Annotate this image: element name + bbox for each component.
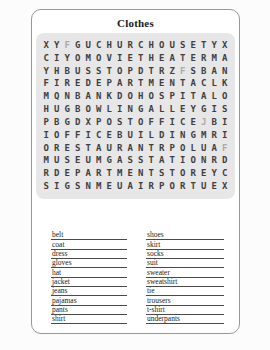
grid-cell: G bbox=[62, 180, 73, 193]
grid-cell: M bbox=[94, 180, 105, 193]
grid-cell: Y bbox=[52, 39, 63, 52]
grid-cell: F bbox=[157, 116, 168, 129]
grid-cell: S bbox=[73, 180, 84, 193]
grid-cell: A bbox=[167, 52, 178, 65]
word-label: jeans bbox=[51, 287, 67, 295]
grid-cell: A bbox=[83, 90, 94, 103]
grid-cell: P bbox=[73, 167, 84, 180]
grid-cell: P bbox=[94, 116, 105, 129]
grid-cell: E bbox=[188, 52, 199, 65]
grid-cell: O bbox=[136, 116, 147, 129]
word-list-column-right: shoesskirtsockssuitsweatersweatshirttiet… bbox=[146, 231, 224, 324]
grid-cell: A bbox=[157, 154, 168, 167]
grid-cell: S bbox=[83, 65, 94, 78]
word-label: sweater bbox=[146, 269, 170, 277]
grid-cell: V bbox=[104, 52, 115, 65]
grid-cell: A bbox=[94, 142, 105, 155]
grid-cell: S bbox=[73, 142, 84, 155]
grid-cell: I bbox=[52, 52, 63, 65]
grid-cell: O bbox=[188, 154, 199, 167]
grid-cell: T bbox=[178, 77, 189, 90]
grid-cell: R bbox=[209, 154, 220, 167]
grid-cell: U bbox=[115, 39, 126, 52]
grid-cell: A bbox=[199, 90, 210, 103]
grid-cell: O bbox=[115, 65, 126, 78]
grid-cell: N bbox=[199, 154, 210, 167]
word-label: pants bbox=[51, 306, 68, 314]
grid-cell: U bbox=[199, 142, 210, 155]
grid-cell: N bbox=[83, 180, 94, 193]
grid-cell: I bbox=[52, 180, 63, 193]
grid-cell: U bbox=[83, 39, 94, 52]
grid-cell: M bbox=[209, 52, 220, 65]
grid-cell: Z bbox=[167, 65, 178, 78]
grid-cell: I bbox=[167, 116, 178, 129]
grid-cell: Y bbox=[62, 52, 73, 65]
grid-cell: P bbox=[167, 142, 178, 155]
grid-cell: U bbox=[52, 154, 63, 167]
grid-cell: R bbox=[52, 142, 63, 155]
word-item: shoes bbox=[146, 231, 224, 240]
grid-cell: R bbox=[41, 167, 52, 180]
grid-cell: S bbox=[115, 116, 126, 129]
grid-cell: M bbox=[41, 154, 52, 167]
word-label: underpants bbox=[146, 315, 180, 323]
grid-cell: U bbox=[125, 129, 136, 142]
grid-cell: O bbox=[220, 90, 231, 103]
grid-cell: A bbox=[209, 65, 220, 78]
grid-cell: H bbox=[136, 90, 147, 103]
grid-cell: F bbox=[73, 129, 84, 142]
grid-cell: N bbox=[62, 90, 73, 103]
grid-cell: I bbox=[41, 129, 52, 142]
word-label: hat bbox=[51, 269, 61, 277]
grid-cell: U bbox=[52, 103, 63, 116]
grid-cell: I bbox=[178, 90, 189, 103]
grid-cell: P bbox=[104, 77, 115, 90]
grid-cell: R bbox=[94, 167, 105, 180]
grid-cell: T bbox=[199, 39, 210, 52]
grid-cell: O bbox=[52, 129, 63, 142]
grid-cell: E bbox=[188, 116, 199, 129]
grid-cell: R bbox=[62, 77, 73, 90]
word-label: shirt bbox=[51, 315, 65, 323]
grid-cell: O bbox=[178, 167, 189, 180]
word-item: underpants bbox=[146, 315, 224, 324]
grid-cell: H bbox=[146, 52, 157, 65]
word-item: shirt bbox=[51, 315, 127, 324]
grid-cell: E bbox=[62, 167, 73, 180]
grid-cell: N bbox=[178, 129, 189, 142]
grid-cell: J bbox=[199, 116, 210, 129]
grid-cell: T bbox=[104, 65, 115, 78]
grid-cell: M bbox=[41, 90, 52, 103]
grid-cell: E bbox=[73, 77, 84, 90]
grid-cell: R bbox=[188, 167, 199, 180]
grid-cell: D bbox=[73, 116, 84, 129]
grid-cell: Y bbox=[41, 65, 52, 78]
grid-cell: T bbox=[136, 52, 147, 65]
grid-cell: O bbox=[104, 116, 115, 129]
grid-cell: S bbox=[41, 180, 52, 193]
grid-cell: X bbox=[220, 39, 231, 52]
grid-cell: I bbox=[115, 103, 126, 116]
grid-cell: S bbox=[94, 65, 105, 78]
grid-cell: S bbox=[178, 39, 189, 52]
grid-cell: T bbox=[167, 167, 178, 180]
word-label: t-shirt bbox=[146, 306, 165, 314]
grid-cell: R bbox=[157, 65, 168, 78]
word-label: pajamas bbox=[51, 297, 77, 305]
puzzle-card: Clothes XYFGUCHURCHOUSETYXCIYOMOVIETHEAT… bbox=[31, 9, 240, 334]
grid-cell: O bbox=[73, 52, 84, 65]
grid-cell: U bbox=[73, 65, 84, 78]
grid-cell: E bbox=[94, 77, 105, 90]
grid-cell: T bbox=[146, 167, 157, 180]
grid-cell: P bbox=[167, 90, 178, 103]
grid-cell: E bbox=[73, 154, 84, 167]
grid-cell: R bbox=[125, 77, 136, 90]
grid-cell: E bbox=[209, 180, 220, 193]
word-list: beltcoatdressgloveshatjacketjeanspajamas… bbox=[32, 231, 239, 324]
grid-cell: A bbox=[83, 167, 94, 180]
grid-cell: U bbox=[115, 180, 126, 193]
grid-cell: R bbox=[157, 142, 168, 155]
grid-cell: A bbox=[125, 180, 136, 193]
grid-cell: L bbox=[167, 103, 178, 116]
grid-cell: P bbox=[125, 65, 136, 78]
grid-cell: T bbox=[167, 154, 178, 167]
grid-cell: G bbox=[62, 116, 73, 129]
grid-cell: G bbox=[188, 129, 199, 142]
grid-cell: D bbox=[136, 65, 147, 78]
grid-cell: C bbox=[94, 129, 105, 142]
grid-cell: B bbox=[209, 116, 220, 129]
grid-cell: S bbox=[125, 154, 136, 167]
grid-cell: I bbox=[83, 129, 94, 142]
word-label: dress bbox=[51, 250, 67, 258]
grid-cell: P bbox=[157, 180, 168, 193]
grid-cell: B bbox=[52, 116, 63, 129]
grid-cell: I bbox=[115, 52, 126, 65]
grid-cell: N bbox=[220, 65, 231, 78]
grid-cell: S bbox=[157, 90, 168, 103]
grid-cell: E bbox=[157, 77, 168, 90]
grid-cell: N bbox=[125, 103, 136, 116]
grid-cell: R bbox=[125, 39, 136, 52]
grid-cell: O bbox=[94, 52, 105, 65]
grid-cell: R bbox=[199, 52, 210, 65]
grid-cell: U bbox=[83, 154, 94, 167]
grid-cell: L bbox=[104, 103, 115, 116]
grid-cell: T bbox=[146, 154, 157, 167]
word-item: belt bbox=[51, 231, 127, 240]
word-label: jacket bbox=[51, 278, 70, 286]
grid-cell: Y bbox=[209, 167, 220, 180]
grid-cell: E bbox=[199, 167, 210, 180]
grid-cell: S bbox=[157, 167, 168, 180]
grid-cell: I bbox=[136, 129, 147, 142]
grid-cell: M bbox=[146, 77, 157, 90]
word-label: skirt bbox=[146, 241, 160, 249]
grid-cell: T bbox=[83, 142, 94, 155]
grid-cell: F bbox=[146, 116, 157, 129]
word-label: sweatshirt bbox=[146, 278, 177, 286]
grid-cell: T bbox=[178, 52, 189, 65]
word-item: sweatshirt bbox=[146, 278, 224, 287]
grid-cell: P bbox=[41, 116, 52, 129]
word-item: suit bbox=[146, 259, 224, 268]
grid-cell: I bbox=[136, 180, 147, 193]
grid-cell: X bbox=[220, 180, 231, 193]
grid-cell: N bbox=[94, 90, 105, 103]
grid-cell: G bbox=[62, 103, 73, 116]
grid-cell: Q bbox=[52, 90, 63, 103]
grid-cell: F bbox=[178, 65, 189, 78]
grid-cell: I bbox=[220, 129, 231, 142]
word-list-column-left: beltcoatdressgloveshatjacketjeanspajamas… bbox=[51, 231, 127, 324]
grid-cell: R bbox=[115, 142, 126, 155]
grid-cell: G bbox=[104, 154, 115, 167]
word-label: belt bbox=[51, 231, 63, 239]
word-label: shoes bbox=[146, 231, 164, 239]
grid-cell: D bbox=[115, 90, 126, 103]
grid-cell: M bbox=[94, 154, 105, 167]
grid-cell: C bbox=[178, 116, 189, 129]
grid-cell: I bbox=[167, 129, 178, 142]
grid-cell: N bbox=[167, 77, 178, 90]
grid-cell: H bbox=[104, 39, 115, 52]
grid-panel: XYFGUCHURCHOUSETYXCIYOMOVIETHEATERMAYHBU… bbox=[36, 33, 235, 199]
grid-cell: Y bbox=[209, 39, 220, 52]
grid-cell: M bbox=[199, 129, 210, 142]
grid-cell: L bbox=[188, 142, 199, 155]
grid-cell: S bbox=[220, 103, 231, 116]
grid-cell: L bbox=[209, 77, 220, 90]
grid-cell: D bbox=[52, 167, 63, 180]
grid-cell: O bbox=[146, 90, 157, 103]
grid-cell: B bbox=[73, 103, 84, 116]
grid-cell: I bbox=[52, 77, 63, 90]
word-item: jeans bbox=[51, 287, 127, 296]
grid-cell: L bbox=[209, 90, 220, 103]
word-label: gloves bbox=[51, 259, 72, 267]
grid-cell: U bbox=[199, 180, 210, 193]
grid-cell: N bbox=[136, 167, 147, 180]
grid-cell: S bbox=[62, 154, 73, 167]
grid-cell: X bbox=[83, 116, 94, 129]
grid-cell: L bbox=[146, 129, 157, 142]
grid-cell: C bbox=[220, 167, 231, 180]
grid-cell: T bbox=[136, 77, 147, 90]
grid-cell: T bbox=[125, 116, 136, 129]
grid-cell: I bbox=[209, 103, 220, 116]
grid-cell: S bbox=[188, 65, 199, 78]
grid-cell: R bbox=[178, 180, 189, 193]
grid-cell: R bbox=[146, 180, 157, 193]
grid-cell: A bbox=[115, 154, 126, 167]
grid-cell: O bbox=[41, 142, 52, 155]
grid-cell: T bbox=[146, 65, 157, 78]
grid-cell: H bbox=[41, 103, 52, 116]
word-label: trousers bbox=[146, 297, 171, 305]
grid-cell: G bbox=[136, 103, 147, 116]
grid-cell: U bbox=[167, 39, 178, 52]
grid-cell: E bbox=[104, 180, 115, 193]
grid-cell: T bbox=[188, 180, 199, 193]
grid-cell: A bbox=[209, 142, 220, 155]
grid-cell: O bbox=[178, 142, 189, 155]
grid-cell: E bbox=[125, 52, 136, 65]
grid-cell: A bbox=[115, 77, 126, 90]
grid-cell: F bbox=[220, 142, 231, 155]
word-item: gloves bbox=[51, 259, 127, 268]
grid-cell: H bbox=[146, 39, 157, 52]
word-label: suit bbox=[146, 259, 158, 267]
grid-cell: A bbox=[146, 103, 157, 116]
grid-cell: R bbox=[209, 129, 220, 142]
word-label: socks bbox=[146, 250, 164, 258]
grid-cell: C bbox=[199, 77, 210, 90]
grid-cell: E bbox=[125, 167, 136, 180]
grid-cell: F bbox=[41, 77, 52, 90]
grid-cell: O bbox=[83, 103, 94, 116]
grid-cell: E bbox=[188, 39, 199, 52]
grid-cell: B bbox=[73, 90, 84, 103]
grid-cell: B bbox=[115, 129, 126, 142]
grid-cell: T bbox=[146, 142, 157, 155]
grid-cell: G bbox=[199, 103, 210, 116]
grid-cell: E bbox=[62, 142, 73, 155]
grid-cell: T bbox=[104, 167, 115, 180]
grid-cell: D bbox=[157, 129, 168, 142]
grid-cell: O bbox=[157, 39, 168, 52]
grid-cell: I bbox=[220, 116, 231, 129]
grid-cell: M bbox=[115, 167, 126, 180]
word-item: tie bbox=[146, 287, 224, 296]
grid-cell: B bbox=[199, 65, 210, 78]
letter-grid: XYFGUCHURCHOUSETYXCIYOMOVIETHEATERMAYHBU… bbox=[41, 39, 230, 193]
grid-cell: S bbox=[136, 154, 147, 167]
grid-cell: A bbox=[125, 142, 136, 155]
grid-cell: U bbox=[104, 142, 115, 155]
grid-cell: E bbox=[178, 103, 189, 116]
grid-cell: I bbox=[178, 154, 189, 167]
grid-cell: K bbox=[220, 77, 231, 90]
grid-cell: Y bbox=[188, 103, 199, 116]
grid-cell: E bbox=[104, 129, 115, 142]
grid-cell: G bbox=[73, 39, 84, 52]
worksheet-page: Clothes XYFGUCHURCHOUSETYXCIYOMOVIETHEAT… bbox=[0, 0, 270, 350]
word-label: coat bbox=[51, 241, 65, 249]
grid-cell: L bbox=[157, 103, 168, 116]
grid-cell: H bbox=[52, 65, 63, 78]
grid-cell: B bbox=[62, 65, 73, 78]
grid-cell: T bbox=[188, 90, 199, 103]
grid-cell: F bbox=[62, 129, 73, 142]
grid-cell: A bbox=[220, 52, 231, 65]
grid-cell: C bbox=[136, 39, 147, 52]
grid-cell: O bbox=[167, 180, 178, 193]
grid-cell: M bbox=[83, 52, 94, 65]
grid-cell: C bbox=[94, 39, 105, 52]
grid-cell: D bbox=[220, 154, 231, 167]
grid-cell: O bbox=[125, 90, 136, 103]
grid-cell: E bbox=[157, 52, 168, 65]
grid-cell: C bbox=[41, 52, 52, 65]
grid-cell: N bbox=[136, 142, 147, 155]
grid-cell: D bbox=[83, 77, 94, 90]
grid-cell: K bbox=[104, 90, 115, 103]
grid-cell: W bbox=[94, 103, 105, 116]
grid-cell: A bbox=[188, 77, 199, 90]
grid-cell: F bbox=[62, 39, 73, 52]
word-label: tie bbox=[146, 287, 155, 295]
puzzle-title: Clothes bbox=[32, 17, 239, 29]
grid-cell: X bbox=[41, 39, 52, 52]
